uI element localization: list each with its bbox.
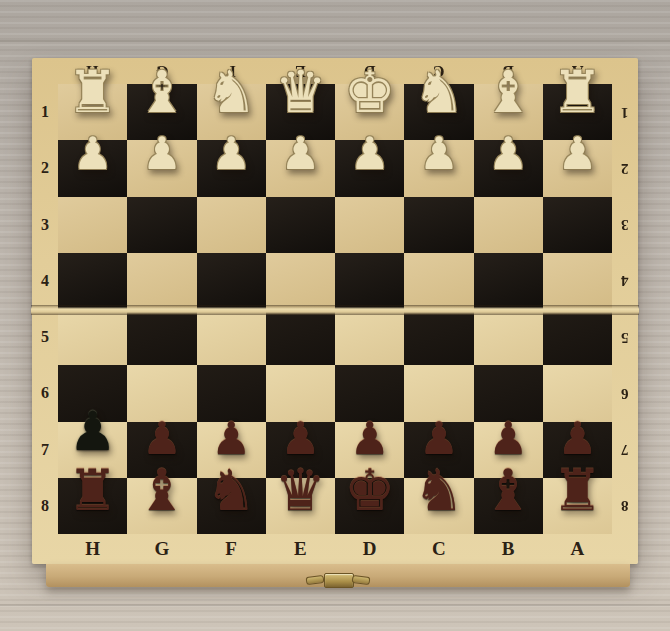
square-a3[interactable]: [543, 197, 612, 253]
brown-pawn-a7[interactable]: ♟: [543, 417, 612, 461]
white-pawn-b2[interactable]: ♟: [474, 134, 543, 174]
white-bishop-g1[interactable]: ♝: [127, 70, 196, 114]
rank-label-left-3: 3: [32, 197, 58, 253]
rank-label-left-8: 8: [32, 478, 58, 534]
file-label-bottom-g: G: [127, 534, 196, 564]
white-pawn-c2[interactable]: ♟: [404, 134, 473, 174]
square-h5[interactable]: [58, 309, 127, 365]
rank-label-right-8: 8: [612, 478, 638, 534]
white-pawn-a2[interactable]: ♟: [543, 134, 612, 174]
square-c2[interactable]: ♟: [404, 140, 473, 196]
file-label-bottom-d: D: [335, 534, 404, 564]
square-d8[interactable]: ♚: [335, 478, 404, 534]
brown-pawn-f7[interactable]: ♟: [197, 417, 266, 461]
white-queen-e1[interactable]: ♛: [266, 70, 335, 114]
white-rook-h1[interactable]: ♜: [58, 70, 127, 114]
square-a8[interactable]: ♜: [543, 478, 612, 534]
square-e8[interactable]: ♛: [266, 478, 335, 534]
square-d5[interactable]: [335, 309, 404, 365]
square-f4[interactable]: [197, 253, 266, 309]
board-corner-bottom-left: [32, 534, 58, 564]
rank-label-left-6: 6: [32, 365, 58, 421]
square-b3[interactable]: [474, 197, 543, 253]
square-b8[interactable]: ♝: [474, 478, 543, 534]
brown-king-d8[interactable]: ♚: [335, 466, 404, 514]
black-pawn-h7[interactable]: ♟: [58, 409, 127, 455]
square-c8[interactable]: ♞: [404, 478, 473, 534]
white-knight-f1[interactable]: ♞: [197, 70, 266, 114]
brown-bishop-g8[interactable]: ♝: [127, 466, 196, 514]
rank-label-right-5-glyph: 5: [621, 329, 629, 346]
white-rook-a1[interactable]: ♜: [543, 70, 612, 114]
rank-label-left-7: 7: [32, 422, 58, 478]
white-pawn-g2[interactable]: ♟: [127, 134, 196, 174]
square-g3[interactable]: [127, 197, 196, 253]
clasp-left-wing: [306, 575, 325, 585]
rank-label-left-1: 1: [32, 84, 58, 140]
white-pawn-f2[interactable]: ♟: [197, 134, 266, 174]
rank-label-right-4-glyph: 4: [621, 272, 629, 289]
square-d4[interactable]: [335, 253, 404, 309]
file-label-bottom-h: H: [58, 534, 127, 564]
brown-knight-f8[interactable]: ♞: [197, 466, 266, 514]
brown-rook-h8[interactable]: ♜: [58, 466, 127, 514]
square-g2[interactable]: ♟: [127, 140, 196, 196]
brown-pawn-d7[interactable]: ♟: [335, 417, 404, 461]
brown-rook-a8[interactable]: ♜: [543, 466, 612, 514]
rank-label-right-7-glyph: 7: [621, 441, 629, 458]
square-h2[interactable]: ♟: [58, 140, 127, 196]
square-d2[interactable]: ♟: [335, 140, 404, 196]
square-c4[interactable]: [404, 253, 473, 309]
clasp-right-wing: [352, 575, 371, 585]
rank-label-right-3: 3: [612, 197, 638, 253]
file-label-bottom-b: B: [474, 534, 543, 564]
square-a5[interactable]: [543, 309, 612, 365]
square-h4[interactable]: [58, 253, 127, 309]
rank-label-left-2: 2: [32, 140, 58, 196]
square-a4[interactable]: [543, 253, 612, 309]
file-label-bottom-a: A: [543, 534, 612, 564]
square-c5[interactable]: [404, 309, 473, 365]
square-g4[interactable]: [127, 253, 196, 309]
square-b4[interactable]: [474, 253, 543, 309]
square-f2[interactable]: ♟: [197, 140, 266, 196]
white-knight-c1[interactable]: ♞: [404, 70, 473, 114]
square-b2[interactable]: ♟: [474, 140, 543, 196]
white-pawn-e2[interactable]: ♟: [266, 134, 335, 174]
clasp-body: [324, 573, 354, 588]
brown-pawn-e7[interactable]: ♟: [266, 417, 335, 461]
white-pawn-h2[interactable]: ♟: [58, 134, 127, 174]
rank-label-right-8-glyph: 8: [621, 497, 629, 514]
square-f3[interactable]: [197, 197, 266, 253]
square-c3[interactable]: [404, 197, 473, 253]
file-label-bottom-f: F: [197, 534, 266, 564]
rank-label-right-1: 1: [612, 84, 638, 140]
rank-label-right-2-glyph: 2: [621, 160, 629, 177]
square-f5[interactable]: [197, 309, 266, 365]
square-f8[interactable]: ♞: [197, 478, 266, 534]
rank-label-left-5: 5: [32, 309, 58, 365]
square-g5[interactable]: [127, 309, 196, 365]
square-e5[interactable]: [266, 309, 335, 365]
brown-pawn-b7[interactable]: ♟: [474, 417, 543, 461]
rank-label-left-4: 4: [32, 253, 58, 309]
square-h3[interactable]: [58, 197, 127, 253]
board-corner-top-right: [612, 58, 638, 84]
rank-label-right-2: 2: [612, 140, 638, 196]
square-e4[interactable]: [266, 253, 335, 309]
square-e2[interactable]: ♟: [266, 140, 335, 196]
square-e3[interactable]: [266, 197, 335, 253]
brown-bishop-b8[interactable]: ♝: [474, 466, 543, 514]
board-corner-top-left: [32, 58, 58, 84]
rank-label-right-4: 4: [612, 253, 638, 309]
chess-board: HGFEDCBA1♜♝♞♛♚♞♝♜12♟♟♟♟♟♟♟♟2334455667♟♟♟…: [32, 58, 638, 564]
rank-label-right-5: 5: [612, 309, 638, 365]
white-bishop-b1[interactable]: ♝: [474, 70, 543, 114]
square-d3[interactable]: [335, 197, 404, 253]
brass-clasp: [306, 573, 370, 588]
brown-queen-e8[interactable]: ♛: [266, 466, 335, 514]
board-corner-bottom-right: [612, 534, 638, 564]
brown-pawn-g7[interactable]: ♟: [127, 417, 196, 461]
white-king-d1[interactable]: ♚: [335, 70, 404, 114]
rank-label-right-3-glyph: 3: [621, 216, 629, 233]
square-a2[interactable]: ♟: [543, 140, 612, 196]
rank-label-right-1-glyph: 1: [621, 104, 629, 121]
table-plank-line: [0, 604, 670, 606]
square-g8[interactable]: ♝: [127, 478, 196, 534]
board-front-edge: [46, 564, 630, 587]
square-h8[interactable]: ♜: [58, 478, 127, 534]
file-label-bottom-e: E: [266, 534, 335, 564]
table-plank-line: [0, 40, 670, 42]
brown-pawn-c7[interactable]: ♟: [404, 417, 473, 461]
board-fold-seam: [31, 305, 639, 315]
file-label-bottom-c: C: [404, 534, 473, 564]
rank-label-right-6-glyph: 6: [621, 385, 629, 402]
rank-label-right-7: 7: [612, 422, 638, 478]
brown-knight-c8[interactable]: ♞: [404, 466, 473, 514]
square-b5[interactable]: [474, 309, 543, 365]
white-pawn-d2[interactable]: ♟: [335, 134, 404, 174]
rank-label-right-6: 6: [612, 365, 638, 421]
